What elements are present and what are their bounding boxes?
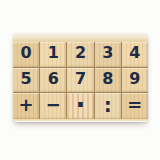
photo-background: 0123456789+−·:= [0, 0, 160, 160]
glyph-tile-1: 1 [48, 45, 59, 61]
block-grid: 0123456789+−·:= [13, 42, 148, 119]
tray-top-rim [13, 33, 148, 42]
tile-0[interactable]: 0 [13, 42, 39, 67]
glyph-tile-equals: = [127, 96, 142, 114]
tile-7[interactable]: 7 [67, 68, 93, 93]
glyph-tile-6: 6 [48, 71, 59, 87]
tile-equals[interactable]: = [122, 93, 148, 119]
glyph-tile-8: 8 [102, 71, 113, 87]
tile-4[interactable]: 4 [122, 42, 148, 67]
tile-5[interactable]: 5 [13, 68, 39, 93]
glyph-tile-4: 4 [129, 45, 140, 61]
glyph-tile-5: 5 [21, 71, 32, 87]
glyph-tile-7: 7 [75, 71, 86, 87]
tile-plus[interactable]: + [13, 93, 39, 119]
tile-divide-colon[interactable]: : [95, 93, 121, 119]
glyph-tile-2: 2 [75, 45, 86, 61]
glyph-tile-9: 9 [129, 71, 140, 87]
tile-2[interactable]: 2 [67, 42, 93, 67]
glyph-tile-multiply-dot: · [76, 92, 86, 118]
tile-9[interactable]: 9 [122, 68, 148, 93]
glyph-tile-0: 0 [21, 45, 32, 61]
tile-6[interactable]: 6 [40, 68, 66, 93]
tile-1[interactable]: 1 [40, 42, 66, 67]
tile-minus[interactable]: − [40, 93, 66, 119]
tile-8[interactable]: 8 [95, 68, 121, 93]
tile-multiply-dot[interactable]: · [67, 93, 93, 119]
wooden-tray: 0123456789+−·:= [13, 33, 148, 122]
glyph-tile-divide-colon: : [104, 96, 112, 115]
glyph-tile-minus: − [46, 96, 61, 114]
glyph-tile-3: 3 [102, 45, 113, 61]
tile-3[interactable]: 3 [95, 42, 121, 67]
glyph-tile-plus: + [19, 96, 34, 114]
